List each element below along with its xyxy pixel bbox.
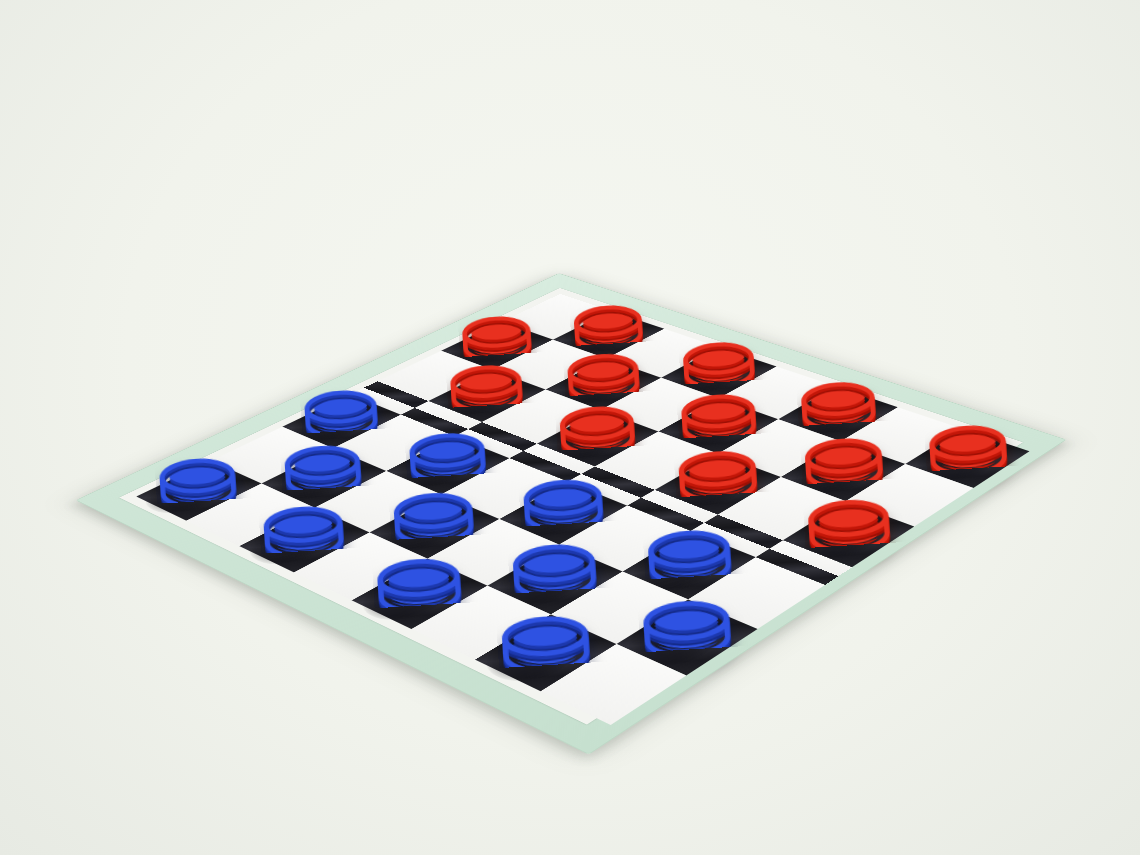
checkerboard-grid: ⛂⛂⛂⛂⛂⛂⛂⛂⛂⛂⛂⛂⛂⛂⛂⛂⛂⛂⛂⛂⛂⛂⛂⛂: [136, 294, 1006, 713]
checkers-mat: ⛂⛂⛂⛂⛂⛂⛂⛂⛂⛂⛂⛂⛂⛂⛂⛂⛂⛂⛂⛂⛂⛂⛂⛂: [76, 273, 1067, 755]
studio-backdrop: ⛂⛂⛂⛂⛂⛂⛂⛂⛂⛂⛂⛂⛂⛂⛂⛂⛂⛂⛂⛂⛂⛂⛂⛂: [0, 0, 1140, 855]
